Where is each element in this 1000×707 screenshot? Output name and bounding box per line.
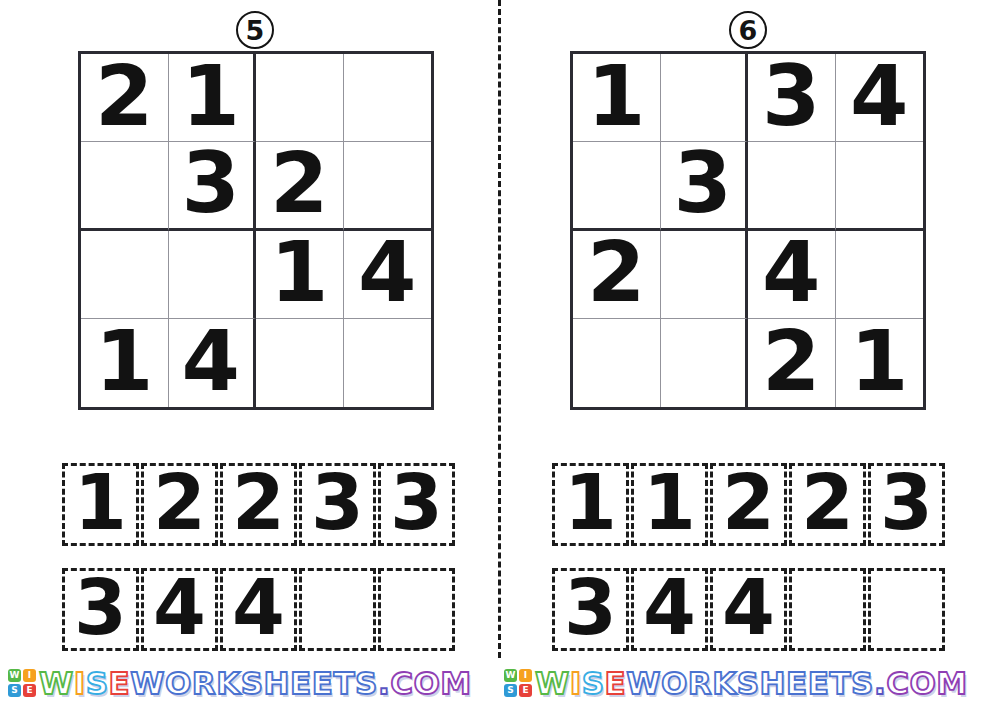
worksheet-page: 5 21321414 12233 344 6 13432421 11223 34… <box>0 0 1000 707</box>
number-tile-3[interactable]: 3 <box>62 568 139 651</box>
logo-letter: M <box>440 665 471 701</box>
tile-number: 4 <box>153 570 206 646</box>
logo-letter: T <box>829 665 851 701</box>
grid-6-cell-r3c2[interactable] <box>661 231 749 319</box>
given-number: 4 <box>182 319 240 403</box>
grid-5-cell-r2c3: 2 <box>256 142 344 230</box>
logo-letter: M <box>936 665 967 701</box>
logo-letter: H <box>760 665 786 701</box>
wise-icon-letter: E <box>23 684 36 697</box>
given-number: 1 <box>95 319 153 403</box>
logo-text: WISEWORKSHEETS.COM <box>535 663 968 703</box>
logo-letter: W <box>626 665 661 701</box>
number-tile-3[interactable]: 3 <box>378 463 455 546</box>
tile-number: 1 <box>643 465 696 541</box>
given-number: 4 <box>762 230 820 314</box>
logo-letter: E <box>808 665 830 701</box>
grid-5-cell-r1c1: 2 <box>81 54 169 142</box>
tile-number: 3 <box>564 570 617 646</box>
puzzle-5-badge: 5 <box>236 11 274 49</box>
logo-letter: E <box>312 665 334 701</box>
wiseworksheets-logo-left: WISEWISEWORKSHEETS.COM <box>8 663 472 703</box>
grid-6-cell-r3c4[interactable] <box>836 231 924 319</box>
grid-5-cell-r3c4: 4 <box>344 231 432 319</box>
logo-letter: . <box>874 665 886 701</box>
sudoku-grid-5: 21321414 <box>78 51 434 410</box>
given-number: 2 <box>95 54 153 138</box>
tile-number: 2 <box>232 465 285 541</box>
number-tile-4[interactable]: 4 <box>631 568 708 651</box>
wise-squares-icon: WISE <box>504 669 532 697</box>
tile-number: 3 <box>311 465 364 541</box>
logo-letter: K <box>216 665 241 701</box>
logo-letter: R <box>192 665 216 701</box>
logo-letter: I <box>570 665 582 701</box>
logo-letter: E <box>290 665 312 701</box>
given-number: 4 <box>850 54 908 138</box>
tiles-6-row2: 344 <box>552 568 945 651</box>
given-number: 3 <box>182 141 240 225</box>
logo-letter: C <box>886 665 909 701</box>
grid-5-cell-r4c2: 4 <box>169 319 257 407</box>
grid-5-cell-r3c2[interactable] <box>169 231 257 319</box>
logo-letter: S <box>851 665 874 701</box>
given-number: 1 <box>270 230 328 314</box>
tile-number: 3 <box>880 465 933 541</box>
number-tile-2[interactable]: 2 <box>789 463 866 546</box>
tile-number: 3 <box>390 465 443 541</box>
logo-letter: K <box>712 665 737 701</box>
number-tile-1[interactable]: 1 <box>62 463 139 546</box>
given-number: 3 <box>674 141 732 225</box>
wise-icon-letter: I <box>23 669 36 682</box>
wise-icon-letter: I <box>519 669 532 682</box>
logo-letter: O <box>661 665 688 701</box>
logo-letter: W <box>130 665 165 701</box>
tile-number: 4 <box>232 570 285 646</box>
wise-squares-icon: WISE <box>8 669 36 697</box>
empty-tile <box>868 568 945 651</box>
tiles-6-row1: 11223 <box>552 463 945 546</box>
puzzle-6-number: 6 <box>739 17 758 44</box>
grid-5-cell-r4c3[interactable] <box>256 319 344 407</box>
tile-number: 4 <box>722 570 775 646</box>
given-number: 1 <box>182 54 240 138</box>
tiles-5-row2: 344 <box>62 568 455 651</box>
grid-6-cell-r1c1: 1 <box>573 54 661 142</box>
grid-6-cell-r3c3: 4 <box>748 231 836 319</box>
logo-letter: S <box>737 665 760 701</box>
number-tile-4[interactable]: 4 <box>710 568 787 651</box>
grid-5-cell-r4c1: 1 <box>81 319 169 407</box>
tile-number: 2 <box>801 465 854 541</box>
grid-5-cell-r1c2: 1 <box>169 54 257 142</box>
puzzle-6-badge: 6 <box>729 11 767 49</box>
given-number: 4 <box>358 230 416 314</box>
wise-icon-letter: W <box>8 669 21 682</box>
grid-6-cell-r1c2[interactable] <box>661 54 749 142</box>
grid-6-cell-r4c3: 2 <box>748 319 836 407</box>
logo-letter: S <box>241 665 264 701</box>
given-number: 2 <box>270 141 328 225</box>
number-tile-2[interactable]: 2 <box>710 463 787 546</box>
grid-5-cell-r2c1[interactable] <box>81 142 169 230</box>
grid-6-cell-r4c2[interactable] <box>661 319 749 407</box>
grid-5-cell-r3c3: 1 <box>256 231 344 319</box>
tile-number: 2 <box>153 465 206 541</box>
number-tile-2[interactable]: 2 <box>220 463 297 546</box>
grid-6-cell-r2c2: 3 <box>661 142 749 230</box>
grid-5-cell-r2c4[interactable] <box>344 142 432 230</box>
tile-number: 4 <box>643 570 696 646</box>
logo-text: WISEWORKSHEETS.COM <box>39 663 472 703</box>
logo-letter: T <box>333 665 355 701</box>
given-number: 1 <box>850 319 908 403</box>
tile-number: 1 <box>564 465 617 541</box>
logo-letter: I <box>74 665 86 701</box>
tile-number: 3 <box>74 570 127 646</box>
empty-tile <box>378 568 455 651</box>
number-tile-1[interactable]: 1 <box>552 463 629 546</box>
logo-letter: C <box>390 665 413 701</box>
logo-letter: E <box>605 665 627 701</box>
grid-6-cell-r4c1[interactable] <box>573 319 661 407</box>
grid-5-cell-r4c4[interactable] <box>344 319 432 407</box>
grid-6-cell-r2c4[interactable] <box>836 142 924 230</box>
center-dashed-divider <box>498 0 501 658</box>
grid-5-cell-r1c4[interactable] <box>344 54 432 142</box>
grid-6-cell-r4c4: 1 <box>836 319 924 407</box>
logo-letter: S <box>355 665 378 701</box>
tile-number: 2 <box>722 465 775 541</box>
logo-letter: E <box>109 665 131 701</box>
number-tile-4[interactable]: 4 <box>141 568 218 651</box>
grid-5-cell-r1c3[interactable] <box>256 54 344 142</box>
logo-letter: R <box>688 665 712 701</box>
empty-tile <box>789 568 866 651</box>
wise-icon-letter: W <box>504 669 517 682</box>
tile-number: 1 <box>74 465 127 541</box>
given-number: 2 <box>762 319 820 403</box>
number-tile-3[interactable]: 3 <box>868 463 945 546</box>
logo-letter: S <box>582 665 605 701</box>
logo-letter: O <box>909 665 936 701</box>
number-tile-3[interactable]: 3 <box>299 463 376 546</box>
number-tile-2[interactable]: 2 <box>141 463 218 546</box>
logo-letter: W <box>535 665 570 701</box>
grid-5-cell-r3c1[interactable] <box>81 231 169 319</box>
logo-letter: O <box>413 665 440 701</box>
puzzle-5-number: 5 <box>246 17 265 44</box>
tiles-5-row1: 12233 <box>62 463 455 546</box>
grid-5-cell-r2c2: 3 <box>169 142 257 230</box>
wise-icon-letter: S <box>504 684 517 697</box>
given-number: 3 <box>762 54 820 138</box>
number-tile-4[interactable]: 4 <box>220 568 297 651</box>
logo-letter: E <box>786 665 808 701</box>
number-tile-3[interactable]: 3 <box>552 568 629 651</box>
logo-letter: O <box>165 665 192 701</box>
sudoku-grid-6: 13432421 <box>570 51 926 410</box>
wiseworksheets-logo-right: WISEWISEWORKSHEETS.COM <box>504 663 968 703</box>
logo-letter: . <box>378 665 390 701</box>
grid-6-cell-r1c4: 4 <box>836 54 924 142</box>
logo-letter: S <box>86 665 109 701</box>
logo-letter: H <box>264 665 290 701</box>
grid-6-cell-r1c3: 3 <box>748 54 836 142</box>
given-number: 2 <box>587 230 645 314</box>
grid-6-cell-r2c3[interactable] <box>748 142 836 230</box>
wise-icon-letter: E <box>519 684 532 697</box>
logo-letter: W <box>39 665 74 701</box>
number-tile-1[interactable]: 1 <box>631 463 708 546</box>
grid-6-cell-r2c1[interactable] <box>573 142 661 230</box>
given-number: 1 <box>587 54 645 138</box>
wise-icon-letter: S <box>8 684 21 697</box>
empty-tile <box>299 568 376 651</box>
grid-6-cell-r3c1: 2 <box>573 231 661 319</box>
